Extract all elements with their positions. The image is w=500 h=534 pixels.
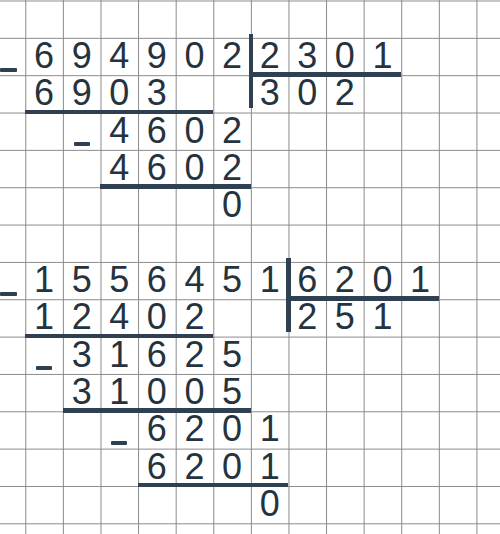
minus-bar <box>74 142 90 146</box>
digit-cell: 2 <box>326 75 364 112</box>
division-underline <box>25 334 213 339</box>
digit-cell: 1 <box>364 299 402 336</box>
digit-cell: 2 <box>176 448 214 485</box>
digit-cell: 2 <box>213 149 251 186</box>
digit-cell: 1 <box>100 373 138 410</box>
digit-cell: 3 <box>63 373 101 410</box>
minus-sign <box>25 336 63 373</box>
digit-cell: 6 <box>25 37 63 74</box>
digit-cell: 1 <box>364 37 402 74</box>
digit-cell: 5 <box>213 373 251 410</box>
minus-sign <box>0 261 25 298</box>
digit-cell: 5 <box>100 261 138 298</box>
digit-cell: 6 <box>138 448 176 485</box>
digit-cell: 0 <box>176 373 214 410</box>
minus-bar <box>0 68 17 72</box>
digit-cell: 2 <box>213 37 251 74</box>
digit-cell: 0 <box>176 149 214 186</box>
minus-bar <box>0 292 17 296</box>
digit-cell: 0 <box>251 485 289 522</box>
digit-cell: 0 <box>213 448 251 485</box>
digit-cell: 9 <box>63 75 101 112</box>
graph-paper: 6949022301690330246024602015564516201124… <box>0 0 500 534</box>
digit-cell: 3 <box>288 37 326 74</box>
digit-cell: 1 <box>251 448 289 485</box>
digit-cell: 9 <box>138 37 176 74</box>
digit-cell: 5 <box>213 336 251 373</box>
worksheet-grid: 6949022301690330246024602015564516201124… <box>0 0 500 534</box>
digit-cell: 6 <box>138 336 176 373</box>
digit-cell: 5 <box>63 261 101 298</box>
digit-cell: 6 <box>288 261 326 298</box>
digit-cell: 0 <box>100 75 138 112</box>
digit-cell: 3 <box>251 75 289 112</box>
division-bracket-bar <box>249 34 254 108</box>
digit-cell: 0 <box>288 75 326 112</box>
digit-cell: 4 <box>100 37 138 74</box>
digit-cell: 2 <box>176 299 214 336</box>
digit-cell: 2 <box>326 261 364 298</box>
digit-cell: 2 <box>213 112 251 149</box>
division-underline <box>63 408 251 413</box>
digit-cell: 0 <box>213 187 251 224</box>
digit-cell: 0 <box>364 261 402 298</box>
digit-cell: 4 <box>100 112 138 149</box>
digit-cell: 2 <box>176 336 214 373</box>
digit-cell: 6 <box>138 149 176 186</box>
digit-cell: 3 <box>138 75 176 112</box>
digit-cell: 1 <box>25 299 63 336</box>
division-bracket-bar <box>286 258 291 332</box>
digit-cell: 2 <box>288 299 326 336</box>
digit-cell: 0 <box>138 373 176 410</box>
digit-cell: 4 <box>176 261 214 298</box>
digit-cell: 5 <box>326 299 364 336</box>
division-underline <box>138 483 288 488</box>
digit-cell: 1 <box>251 411 289 448</box>
digit-cell: 6 <box>25 75 63 112</box>
digit-cell: 1 <box>251 261 289 298</box>
digit-cell: 0 <box>176 37 214 74</box>
digit-cell: 5 <box>213 261 251 298</box>
minus-bar <box>111 441 127 445</box>
division-underline <box>25 110 213 115</box>
digit-cell: 4 <box>100 149 138 186</box>
digit-cell: 3 <box>63 336 101 373</box>
digit-cell: 9 <box>63 37 101 74</box>
digit-cell: 2 <box>251 37 289 74</box>
digit-cell: 6 <box>138 261 176 298</box>
digit-cell: 1 <box>100 336 138 373</box>
digit-cell: 2 <box>176 411 214 448</box>
digit-cell: 0 <box>138 299 176 336</box>
digit-cell: 6 <box>138 411 176 448</box>
digit-cell: 0 <box>176 112 214 149</box>
digit-cell: 1 <box>25 261 63 298</box>
minus-sign <box>0 37 25 74</box>
digit-cell: 4 <box>100 299 138 336</box>
minus-sign <box>100 411 138 448</box>
digit-cell: 6 <box>138 112 176 149</box>
division-underline <box>251 72 401 77</box>
digit-cell: 2 <box>63 299 101 336</box>
digit-cell: 0 <box>213 411 251 448</box>
division-underline <box>288 296 438 301</box>
minus-bar <box>36 366 52 370</box>
digit-cell: 0 <box>326 37 364 74</box>
digit-cell: 1 <box>401 261 439 298</box>
division-underline <box>100 184 250 189</box>
minus-sign <box>63 112 101 149</box>
